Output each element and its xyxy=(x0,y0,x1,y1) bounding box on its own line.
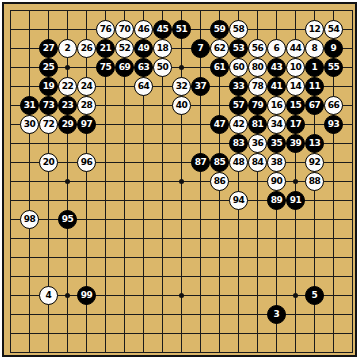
stone-10-white[interactable]: 10 xyxy=(286,58,305,77)
stone-27-black[interactable]: 27 xyxy=(39,39,58,58)
stone-73-black[interactable]: 73 xyxy=(39,96,58,115)
stone-96-white[interactable]: 96 xyxy=(77,153,96,172)
stone-8-white[interactable]: 8 xyxy=(305,39,324,58)
stone-22-white[interactable]: 22 xyxy=(58,77,77,96)
stone-36-white[interactable]: 36 xyxy=(248,134,267,153)
stone-98-white[interactable]: 98 xyxy=(20,210,39,229)
stone-29-black[interactable]: 29 xyxy=(58,115,77,134)
stone-51-black[interactable]: 51 xyxy=(172,20,191,39)
stone-53-black[interactable]: 53 xyxy=(229,39,248,58)
stone-9-black[interactable]: 9 xyxy=(324,39,343,58)
stone-52-white[interactable]: 52 xyxy=(115,39,134,58)
stone-86-white[interactable]: 86 xyxy=(210,172,229,191)
stone-23-black[interactable]: 23 xyxy=(58,96,77,115)
stone-63-black[interactable]: 63 xyxy=(134,58,153,77)
stone-95-black[interactable]: 95 xyxy=(58,210,77,229)
stone-17-black[interactable]: 17 xyxy=(286,115,305,134)
stone-66-white[interactable]: 66 xyxy=(324,96,343,115)
grid-line-horizontal xyxy=(10,238,353,239)
stone-89-black[interactable]: 89 xyxy=(267,191,286,210)
stone-12-white[interactable]: 12 xyxy=(305,20,324,39)
stone-45-black[interactable]: 45 xyxy=(153,20,172,39)
stone-13-black[interactable]: 13 xyxy=(305,134,324,153)
stone-97-black[interactable]: 97 xyxy=(77,115,96,134)
stone-91-black[interactable]: 91 xyxy=(286,191,305,210)
stone-19-black[interactable]: 19 xyxy=(39,77,58,96)
stone-32-white[interactable]: 32 xyxy=(172,77,191,96)
stone-64-white[interactable]: 64 xyxy=(134,77,153,96)
star-point xyxy=(179,293,184,298)
grid-line-horizontal xyxy=(10,314,353,315)
stone-90-white[interactable]: 90 xyxy=(267,172,286,191)
stone-78-white[interactable]: 78 xyxy=(248,77,267,96)
stone-25-black[interactable]: 25 xyxy=(39,58,58,77)
stone-54-white[interactable]: 54 xyxy=(324,20,343,39)
stone-4-white[interactable]: 4 xyxy=(39,286,58,305)
stone-15-black[interactable]: 15 xyxy=(286,96,305,115)
stone-87-black[interactable]: 87 xyxy=(191,153,210,172)
stone-31-black[interactable]: 31 xyxy=(20,96,39,115)
stone-48-white[interactable]: 48 xyxy=(229,153,248,172)
stone-85-black[interactable]: 85 xyxy=(210,153,229,172)
stone-49-black[interactable]: 49 xyxy=(134,39,153,58)
stone-41-black[interactable]: 41 xyxy=(267,77,286,96)
grid-line-vertical xyxy=(200,10,201,353)
go-board[interactable]: 1234567891011121314151617181920212223242… xyxy=(2,2,357,357)
stone-37-black[interactable]: 37 xyxy=(191,77,210,96)
star-point xyxy=(293,179,298,184)
stone-70-white[interactable]: 70 xyxy=(115,20,134,39)
stone-42-white[interactable]: 42 xyxy=(229,115,248,134)
stone-39-black[interactable]: 39 xyxy=(286,134,305,153)
stone-99-black[interactable]: 99 xyxy=(77,286,96,305)
stone-20-white[interactable]: 20 xyxy=(39,153,58,172)
grid-line-horizontal xyxy=(10,333,353,334)
stone-59-black[interactable]: 59 xyxy=(210,20,229,39)
star-point xyxy=(179,179,184,184)
grid-line-horizontal xyxy=(10,352,353,353)
stone-18-white[interactable]: 18 xyxy=(153,39,172,58)
stone-94-white[interactable]: 94 xyxy=(229,191,248,210)
stone-38-white[interactable]: 38 xyxy=(267,153,286,172)
stone-14-white[interactable]: 14 xyxy=(286,77,305,96)
stone-5-black[interactable]: 5 xyxy=(305,286,324,305)
stone-11-black[interactable]: 11 xyxy=(305,77,324,96)
stone-24-white[interactable]: 24 xyxy=(77,77,96,96)
stone-44-white[interactable]: 44 xyxy=(286,39,305,58)
stone-61-black[interactable]: 61 xyxy=(210,58,229,77)
stone-76-white[interactable]: 76 xyxy=(96,20,115,39)
stone-46-white[interactable]: 46 xyxy=(134,20,153,39)
stone-57-black[interactable]: 57 xyxy=(229,96,248,115)
grid-line-vertical xyxy=(352,10,353,353)
stone-58-white[interactable]: 58 xyxy=(229,20,248,39)
stone-21-black[interactable]: 21 xyxy=(96,39,115,58)
stone-72-white[interactable]: 72 xyxy=(39,115,58,134)
star-point xyxy=(65,65,70,70)
stone-80-white[interactable]: 80 xyxy=(248,58,267,77)
stone-56-white[interactable]: 56 xyxy=(248,39,267,58)
stone-84-white[interactable]: 84 xyxy=(248,153,267,172)
star-point xyxy=(293,293,298,298)
grid-line-horizontal xyxy=(10,276,353,277)
stone-88-white[interactable]: 88 xyxy=(305,172,324,191)
stone-92-white[interactable]: 92 xyxy=(305,153,324,172)
star-point xyxy=(65,293,70,298)
stone-69-black[interactable]: 69 xyxy=(115,58,134,77)
star-point xyxy=(65,179,70,184)
stone-75-black[interactable]: 75 xyxy=(96,58,115,77)
stone-60-white[interactable]: 60 xyxy=(229,58,248,77)
stone-2-white[interactable]: 2 xyxy=(58,39,77,58)
stone-6-white[interactable]: 6 xyxy=(267,39,286,58)
go-kifu-screenshot: { "game": "go", "board": { "size": 19, "… xyxy=(0,0,361,361)
stone-28-white[interactable]: 28 xyxy=(77,96,96,115)
stone-16-white[interactable]: 16 xyxy=(267,96,286,115)
stone-40-white[interactable]: 40 xyxy=(172,96,191,115)
stone-3-black[interactable]: 3 xyxy=(267,305,286,324)
stone-33-black[interactable]: 33 xyxy=(229,77,248,96)
stone-79-black[interactable]: 79 xyxy=(248,96,267,115)
stone-81-black[interactable]: 81 xyxy=(248,115,267,134)
stone-34-white[interactable]: 34 xyxy=(267,115,286,134)
stone-62-white[interactable]: 62 xyxy=(210,39,229,58)
star-point xyxy=(179,65,184,70)
grid-line-horizontal xyxy=(10,257,353,258)
stone-1-black[interactable]: 1 xyxy=(305,58,324,77)
stone-43-black[interactable]: 43 xyxy=(267,58,286,77)
stone-26-white[interactable]: 26 xyxy=(77,39,96,58)
stone-30-white[interactable]: 30 xyxy=(20,115,39,134)
stone-35-black[interactable]: 35 xyxy=(267,134,286,153)
stone-67-black[interactable]: 67 xyxy=(305,96,324,115)
stone-7-black[interactable]: 7 xyxy=(191,39,210,58)
stone-55-black[interactable]: 55 xyxy=(324,58,343,77)
stone-47-black[interactable]: 47 xyxy=(210,115,229,134)
stone-83-black[interactable]: 83 xyxy=(229,134,248,153)
stone-50-white[interactable]: 50 xyxy=(153,58,172,77)
stone-93-black[interactable]: 93 xyxy=(324,115,343,134)
